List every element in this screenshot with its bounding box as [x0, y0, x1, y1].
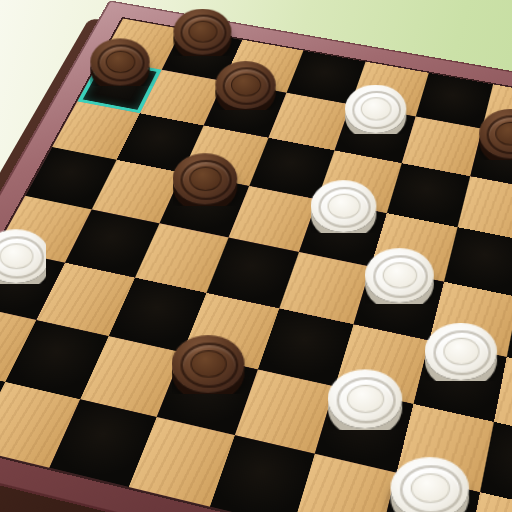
piece-inner-ring [106, 51, 136, 74]
piece-shadow [320, 405, 410, 433]
piece-inner-ring [190, 350, 226, 378]
piece-shadow [0, 262, 57, 288]
checker-dark[interactable] [173, 9, 231, 65]
checker-dark-selected[interactable] [90, 38, 149, 95]
checker-white[interactable] [328, 369, 403, 441]
checker-dark[interactable] [479, 109, 512, 169]
square-a6 [52, 101, 140, 159]
square-g7[interactable] [470, 129, 512, 190]
square-f8[interactable] [416, 73, 493, 129]
piece-disc [425, 323, 497, 380]
checker-white[interactable] [311, 180, 377, 244]
square-a5[interactable] [25, 147, 116, 209]
board-frame [0, 0, 512, 512]
piece-inner-ring [188, 21, 217, 43]
checker-white[interactable] [425, 323, 497, 393]
piece-inner-ring [443, 338, 479, 365]
piece-outer-ring [373, 255, 428, 298]
piece-inner-ring [231, 74, 261, 97]
square-a7[interactable] [77, 59, 161, 114]
square-f6[interactable] [387, 163, 470, 227]
piece-outer-ring [180, 343, 238, 388]
square-c4 [135, 223, 229, 293]
checkers-app [0, 0, 512, 512]
piece-disc [328, 369, 403, 428]
board-3d [0, 0, 512, 512]
piece-outer-ring [433, 330, 490, 375]
piece-outer-ring [337, 377, 396, 423]
square-c5[interactable] [160, 173, 250, 238]
square-g6 [458, 176, 512, 241]
piece-outer-ring [0, 236, 44, 278]
checker-white[interactable] [365, 248, 434, 315]
piece-shadow [417, 358, 504, 385]
scene [0, 0, 512, 512]
piece-inner-ring [328, 194, 361, 219]
piece-disc [172, 335, 245, 393]
square-f7 [402, 117, 482, 177]
piece-disc [0, 229, 50, 283]
checker-dark[interactable] [173, 153, 238, 215]
piece-disc [365, 248, 434, 303]
checker-white[interactable] [345, 85, 406, 144]
square-c7[interactable] [204, 81, 287, 138]
square-e7[interactable] [335, 105, 416, 164]
piece-inner-ring [383, 262, 417, 288]
piece-shadow [382, 495, 477, 512]
checker-dark[interactable] [215, 61, 275, 119]
square-g1[interactable] [378, 473, 480, 512]
board-grid [0, 19, 512, 512]
piece-inner-ring [0, 243, 33, 269]
checker-white[interactable] [0, 229, 50, 295]
piece-inner-ring [361, 97, 392, 120]
piece-shadow [164, 370, 252, 398]
square-g3[interactable] [414, 341, 507, 422]
piece-disc [390, 457, 469, 512]
piece-shadow [358, 281, 441, 307]
checker-dark[interactable] [172, 335, 245, 405]
piece-inner-ring [411, 473, 450, 503]
piece-inner-ring [347, 385, 384, 413]
checker-white[interactable] [390, 457, 469, 512]
piece-inner-ring [189, 167, 221, 192]
piece-outer-ring [400, 465, 462, 512]
